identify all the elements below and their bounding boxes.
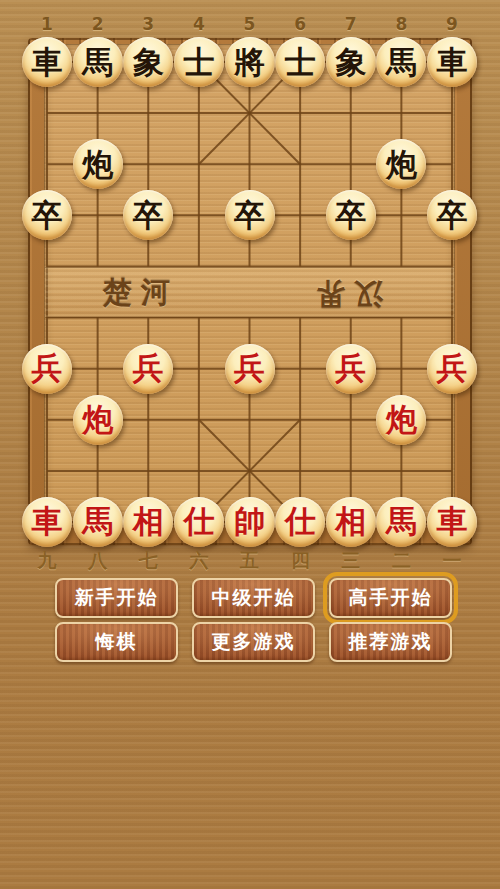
piece-black-chariot[interactable]: 車 [427,37,477,87]
xiangqi-board[interactable]: 楚河 汉界 車馬象士將士象馬車炮炮卒卒卒卒卒兵兵兵兵兵炮炮車馬相仕帥仕相馬車 [28,38,472,545]
piece-black-soldier[interactable]: 卒 [326,190,376,240]
piece-black-advisor[interactable]: 士 [174,37,224,87]
river-text-han-jie: 汉界 [307,273,383,313]
piece-red-horse[interactable]: 馬 [73,497,123,547]
bottom-column-label-7: 三 [338,548,364,574]
piece-black-elephant[interactable]: 象 [123,37,173,87]
action-buttons: 新手开始中级开始高手开始悔棋更多游戏推荐游戏 [55,578,459,662]
top-column-label-7: 7 [338,14,364,34]
piece-red-soldier[interactable]: 兵 [427,344,477,394]
river-text-chu-he: 楚河 [103,273,179,313]
piece-red-elephant[interactable]: 相 [326,497,376,547]
piece-red-general[interactable]: 帥 [225,497,275,547]
bottom-column-label-8: 二 [388,548,414,574]
piece-black-soldier[interactable]: 卒 [22,190,72,240]
piece-black-horse[interactable]: 馬 [73,37,123,87]
top-column-label-6: 6 [287,14,313,34]
bottom-column-label-6: 四 [287,548,313,574]
piece-red-elephant[interactable]: 相 [123,497,173,547]
piece-black-chariot[interactable]: 車 [22,37,72,87]
button-悔棋[interactable]: 悔棋 [55,622,178,662]
button-新手开始[interactable]: 新手开始 [55,578,178,618]
piece-red-cannon[interactable]: 炮 [376,395,426,445]
button-更多游戏[interactable]: 更多游戏 [192,622,315,662]
top-column-label-8: 8 [388,14,414,34]
river-band: 楚河 汉界 [45,267,454,318]
top-column-label-1: 1 [34,14,60,34]
top-column-label-3: 3 [135,14,161,34]
bottom-column-label-2: 八 [85,548,111,574]
bottom-column-label-4: 六 [186,548,212,574]
piece-red-cannon[interactable]: 炮 [73,395,123,445]
top-column-label-5: 5 [237,14,263,34]
piece-black-soldier[interactable]: 卒 [225,190,275,240]
top-column-label-4: 4 [186,14,212,34]
bottom-column-label-9: 一 [439,548,465,574]
piece-red-soldier[interactable]: 兵 [326,344,376,394]
button-中级开始[interactable]: 中级开始 [192,578,315,618]
piece-red-chariot[interactable]: 車 [22,497,72,547]
piece-red-soldier[interactable]: 兵 [123,344,173,394]
bottom-column-label-3: 七 [135,548,161,574]
button-高手开始[interactable]: 高手开始 [329,578,452,618]
piece-black-general[interactable]: 將 [225,37,275,87]
top-column-label-9: 9 [439,14,465,34]
xiangqi-app: 123456789 楚河 汉界 車馬象士將士象馬車炮炮卒卒卒卒卒兵兵兵兵兵炮炮車… [0,0,500,889]
top-column-label-2: 2 [85,14,111,34]
piece-red-advisor[interactable]: 仕 [275,497,325,547]
piece-red-soldier[interactable]: 兵 [22,344,72,394]
bottom-column-label-5: 五 [237,548,263,574]
bottom-column-label-1: 九 [34,548,60,574]
piece-black-soldier[interactable]: 卒 [427,190,477,240]
button-推荐游戏[interactable]: 推荐游戏 [329,622,452,662]
piece-black-cannon[interactable]: 炮 [73,139,123,189]
piece-black-advisor[interactable]: 士 [275,37,325,87]
piece-red-advisor[interactable]: 仕 [174,497,224,547]
piece-red-chariot[interactable]: 車 [427,497,477,547]
piece-black-elephant[interactable]: 象 [326,37,376,87]
piece-red-soldier[interactable]: 兵 [225,344,275,394]
